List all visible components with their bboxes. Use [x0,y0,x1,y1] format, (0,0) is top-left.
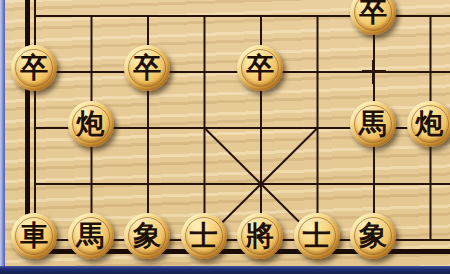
piece-black-general[interactable]: 將 [237,213,283,259]
piece-glyph: 象 [133,213,161,259]
piece-glyph: 卒 [20,45,48,91]
piece-glyph: 馬 [359,101,387,147]
piece-black-soldier[interactable]: 卒 [124,45,170,91]
piece-black-horse[interactable]: 馬 [68,213,114,259]
window-frame-bottom [0,266,450,274]
piece-black-soldier[interactable]: 卒 [11,45,57,91]
piece-glyph: 馬 [77,213,105,259]
piece-black-horse[interactable]: 馬 [350,101,396,147]
piece-glyph: 象 [359,213,387,259]
piece-black-chariot[interactable]: 車 [11,213,57,259]
xiangqi-game-window: 卒卒卒卒炮馬炮車馬象士將士象 [0,0,450,274]
piece-glyph: 將 [246,213,274,259]
piece-glyph: 卒 [133,45,161,91]
soldier-point-marker [362,60,386,84]
piece-glyph: 炮 [416,101,444,147]
piece-black-cannon[interactable]: 炮 [407,101,450,147]
piece-glyph: 卒 [359,0,387,35]
piece-glyph: 卒 [246,45,274,91]
piece-black-elephant[interactable]: 象 [350,213,396,259]
piece-black-advisor[interactable]: 士 [294,213,340,259]
piece-glyph: 士 [303,213,331,259]
piece-glyph: 炮 [77,101,105,147]
piece-glyph: 士 [190,213,218,259]
piece-glyph: 車 [20,213,48,259]
piece-black-cannon[interactable]: 炮 [68,101,114,147]
piece-black-soldier[interactable]: 卒 [237,45,283,91]
window-frame-left [0,0,5,274]
piece-black-elephant[interactable]: 象 [124,213,170,259]
piece-black-advisor[interactable]: 士 [181,213,227,259]
